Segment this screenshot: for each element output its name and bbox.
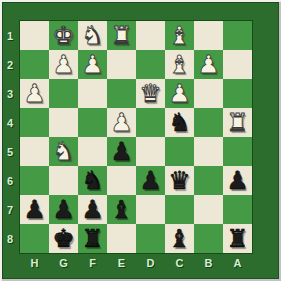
square-e8[interactable]	[107, 224, 136, 253]
square-a7[interactable]	[223, 195, 252, 224]
square-f7[interactable]: ♟	[78, 195, 107, 224]
square-g3[interactable]	[49, 79, 78, 108]
file-label-c: C	[165, 254, 194, 272]
square-e7[interactable]: ♝	[107, 195, 136, 224]
chess-board: ♚♞♜♝♟♟♝♟♟♛♟♟♞♜♞♟♞♟♛♟♟♟♟♝♚♜♝♜	[20, 21, 252, 253]
square-c8[interactable]: ♝	[165, 224, 194, 253]
square-a6[interactable]: ♟	[223, 166, 252, 195]
piece-wP: ♟	[23, 79, 45, 108]
piece-wK: ♚	[52, 21, 74, 50]
square-h5[interactable]	[20, 137, 49, 166]
file-label-a: A	[223, 254, 252, 272]
square-e1[interactable]: ♜	[107, 21, 136, 50]
square-a4[interactable]: ♜	[223, 108, 252, 137]
rank-label-8: 8	[0, 224, 20, 253]
square-b1[interactable]	[194, 21, 223, 50]
piece-wP: ♟	[197, 50, 219, 79]
square-c5[interactable]	[165, 137, 194, 166]
square-b5[interactable]	[194, 137, 223, 166]
piece-wP: ♟	[81, 50, 103, 79]
square-g2[interactable]: ♟	[49, 50, 78, 79]
square-e5[interactable]: ♟	[107, 137, 136, 166]
piece-wN: ♞	[81, 21, 103, 50]
square-e4[interactable]: ♟	[107, 108, 136, 137]
piece-bK: ♚	[52, 224, 74, 253]
rank-label-6: 6	[0, 166, 20, 195]
piece-wP: ♟	[110, 108, 132, 137]
file-label-g: G	[49, 254, 78, 272]
square-a8[interactable]: ♜	[223, 224, 252, 253]
piece-wB: ♝	[168, 50, 190, 79]
square-g6[interactable]	[49, 166, 78, 195]
square-c6[interactable]: ♛	[165, 166, 194, 195]
rank-label-3: 3	[0, 79, 20, 108]
square-g4[interactable]	[49, 108, 78, 137]
piece-wQ: ♛	[139, 79, 161, 108]
square-d3[interactable]: ♛	[136, 79, 165, 108]
square-d7[interactable]	[136, 195, 165, 224]
file-label-h: H	[20, 254, 49, 272]
piece-wR: ♜	[110, 21, 132, 50]
square-h7[interactable]: ♟	[20, 195, 49, 224]
piece-bR: ♜	[226, 224, 248, 253]
square-g1[interactable]: ♚	[49, 21, 78, 50]
square-e6[interactable]	[107, 166, 136, 195]
square-d2[interactable]	[136, 50, 165, 79]
square-b3[interactable]	[194, 79, 223, 108]
piece-wB: ♝	[168, 21, 190, 50]
square-f1[interactable]: ♞	[78, 21, 107, 50]
piece-bP: ♟	[23, 195, 45, 224]
square-d8[interactable]	[136, 224, 165, 253]
piece-wR: ♜	[226, 108, 248, 137]
square-c3[interactable]: ♟	[165, 79, 194, 108]
square-c1[interactable]: ♝	[165, 21, 194, 50]
piece-bP: ♟	[139, 166, 161, 195]
square-f6[interactable]: ♞	[78, 166, 107, 195]
file-label-e: E	[107, 254, 136, 272]
square-f2[interactable]: ♟	[78, 50, 107, 79]
file-labels: HGFEDCBA	[20, 254, 252, 272]
square-h4[interactable]	[20, 108, 49, 137]
square-h2[interactable]	[20, 50, 49, 79]
square-f8[interactable]: ♜	[78, 224, 107, 253]
rank-labels: 12345678	[0, 21, 20, 253]
square-d1[interactable]	[136, 21, 165, 50]
square-h6[interactable]	[20, 166, 49, 195]
square-g5[interactable]: ♞	[49, 137, 78, 166]
file-label-d: D	[136, 254, 165, 272]
square-d4[interactable]	[136, 108, 165, 137]
square-b2[interactable]: ♟	[194, 50, 223, 79]
chessboard-widget: 12345678 ♚♞♜♝♟♟♝♟♟♛♟♟♞♜♞♟♞♟♛♟♟♟♟♝♚♜♝♜ HG…	[0, 0, 281, 281]
square-a3[interactable]	[223, 79, 252, 108]
square-e3[interactable]	[107, 79, 136, 108]
square-a2[interactable]	[223, 50, 252, 79]
piece-bP: ♟	[110, 137, 132, 166]
piece-wP: ♟	[52, 50, 74, 79]
rank-label-2: 2	[0, 50, 20, 79]
square-h3[interactable]: ♟	[20, 79, 49, 108]
piece-bN: ♞	[81, 166, 103, 195]
square-d6[interactable]: ♟	[136, 166, 165, 195]
rank-label-1: 1	[0, 21, 20, 50]
file-label-f: F	[78, 254, 107, 272]
rank-label-7: 7	[0, 195, 20, 224]
square-g7[interactable]: ♟	[49, 195, 78, 224]
square-a1[interactable]	[223, 21, 252, 50]
file-label-b: B	[194, 254, 223, 272]
piece-wN: ♞	[52, 137, 74, 166]
square-g8[interactable]: ♚	[49, 224, 78, 253]
square-e2[interactable]	[107, 50, 136, 79]
piece-bB: ♝	[168, 224, 190, 253]
piece-bP: ♟	[81, 195, 103, 224]
piece-bQ: ♛	[168, 166, 190, 195]
square-f4[interactable]	[78, 108, 107, 137]
piece-bB: ♝	[110, 195, 132, 224]
square-c7[interactable]	[165, 195, 194, 224]
square-d5[interactable]	[136, 137, 165, 166]
piece-wP: ♟	[168, 79, 190, 108]
square-b4[interactable]	[194, 108, 223, 137]
piece-bR: ♜	[81, 224, 103, 253]
square-h1[interactable]	[20, 21, 49, 50]
piece-bN: ♞	[168, 108, 190, 137]
piece-bP: ♟	[226, 166, 248, 195]
square-b8[interactable]	[194, 224, 223, 253]
square-h8[interactable]	[20, 224, 49, 253]
square-b6[interactable]	[194, 166, 223, 195]
square-a5[interactable]	[223, 137, 252, 166]
square-c2[interactable]: ♝	[165, 50, 194, 79]
square-f5[interactable]	[78, 137, 107, 166]
rank-label-4: 4	[0, 108, 20, 137]
piece-bP: ♟	[52, 195, 74, 224]
square-b7[interactable]	[194, 195, 223, 224]
square-f3[interactable]	[78, 79, 107, 108]
square-c4[interactable]: ♞	[165, 108, 194, 137]
rank-label-5: 5	[0, 137, 20, 166]
